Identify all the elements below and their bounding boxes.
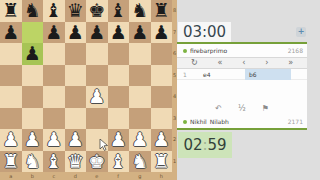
square-e4[interactable]: ♟ (86, 86, 108, 108)
white-pawn: ♟ (88, 86, 105, 108)
player-clock-seconds: 59 (208, 136, 227, 154)
black-pawn: ♟ (153, 22, 170, 44)
white-bishop: ♝ (110, 151, 127, 173)
next-move-icon[interactable]: › (265, 58, 268, 68)
player-clock-active: 02:59 (178, 132, 232, 158)
white-king: ♚ (88, 151, 105, 173)
square-e3[interactable] (86, 108, 108, 130)
black-pawn: ♟ (67, 22, 84, 44)
square-a3[interactable] (0, 108, 22, 130)
square-f5[interactable] (108, 65, 130, 87)
black-knight: ♞ (24, 0, 41, 22)
square-e8[interactable]: ♚ (86, 0, 108, 22)
square-g4[interactable] (129, 86, 151, 108)
square-h7[interactable]: ♟ (151, 22, 173, 44)
square-d8[interactable]: ♛ (65, 0, 87, 22)
file-label: g (129, 172, 151, 180)
square-c5[interactable] (43, 65, 65, 87)
first-move-icon[interactable]: « (217, 58, 222, 68)
square-c7[interactable]: ♟ (43, 22, 65, 44)
mouse-cursor-icon (99, 139, 109, 151)
black-queen: ♛ (67, 0, 84, 22)
black-rook: ♜ (2, 0, 19, 22)
opponent-name: firebarprimo (190, 47, 288, 54)
game-side-panel: 03:00 + firebarprimo 2168 ↻ « ‹ › » 1 e4… (177, 0, 320, 180)
game-actions: ↶ ½ ⚑ (177, 103, 307, 115)
file-label: a (0, 172, 22, 180)
move-list-row: 1 e4 b6 (177, 69, 307, 80)
black-pawn: ♟ (88, 22, 105, 44)
square-g8[interactable]: ♞ (129, 0, 151, 22)
white-pawn: ♟ (45, 129, 62, 151)
replay-toolbar: ↻ « ‹ › » (177, 57, 307, 69)
square-e5[interactable] (86, 65, 108, 87)
white-pawn: ♟ (24, 129, 41, 151)
black-pawn: ♟ (131, 22, 148, 44)
square-h8[interactable]: ♜ (151, 0, 173, 22)
square-b5[interactable] (22, 65, 44, 87)
square-b4[interactable] (22, 86, 44, 108)
square-b3[interactable] (22, 108, 44, 130)
white-pawn: ♟ (67, 129, 84, 151)
square-b8[interactable]: ♞ (22, 0, 44, 22)
chess-board-area: ♜♞♝♛♚♝♞♜♟♟♟♟♟♟♟♟♟♟♟♟♟♟♟♟♜♞♝♛♚♝♞♜ 8765432… (0, 0, 177, 180)
white-pawn: ♟ (110, 129, 127, 151)
square-f2[interactable]: ♟ (108, 129, 130, 151)
player-row: Nikhil_Nilabh 2171 (177, 115, 307, 128)
square-b6[interactable]: ♟ (22, 43, 44, 65)
opponent-row: firebarprimo 2168 (177, 44, 307, 57)
black-king: ♚ (88, 0, 105, 22)
square-d5[interactable] (65, 65, 87, 87)
flip-board-icon[interactable]: ↻ (191, 58, 198, 68)
square-h2[interactable]: ♟ (151, 129, 173, 151)
square-g3[interactable] (129, 108, 151, 130)
file-coordinates: abcdefgh (0, 172, 177, 180)
square-a4[interactable] (0, 86, 22, 108)
square-b2[interactable]: ♟ (22, 129, 44, 151)
square-b7[interactable] (22, 22, 44, 44)
square-c4[interactable] (43, 86, 65, 108)
square-d6[interactable] (65, 43, 87, 65)
square-h5[interactable] (151, 65, 173, 87)
white-rook: ♜ (153, 151, 170, 173)
online-dot-icon (183, 120, 187, 124)
player-clock-colon: : (202, 136, 207, 154)
square-a5[interactable] (0, 65, 22, 87)
square-a1[interactable]: ♜ (0, 151, 22, 173)
white-pawn: ♟ (131, 129, 148, 151)
move-card: firebarprimo 2168 ↻ « ‹ › » 1 e4 b6 ↶ ½ … (177, 44, 307, 128)
white-bishop: ♝ (45, 151, 62, 173)
square-h3[interactable] (151, 108, 173, 130)
black-move-current[interactable]: b6 (245, 69, 291, 80)
black-rook: ♜ (153, 0, 170, 22)
square-e1[interactable]: ♚ (86, 151, 108, 173)
file-label: c (43, 172, 65, 180)
square-g7[interactable]: ♟ (129, 22, 151, 44)
opponent-clock: 03:00 (178, 22, 231, 42)
white-knight: ♞ (24, 151, 41, 173)
square-d3[interactable] (65, 108, 87, 130)
file-label: e (86, 172, 108, 180)
square-c8[interactable]: ♝ (43, 0, 65, 22)
square-h4[interactable] (151, 86, 173, 108)
square-f6[interactable] (108, 43, 130, 65)
file-label: d (65, 172, 87, 180)
takeback-icon[interactable]: ↶ (215, 103, 222, 115)
square-e7[interactable]: ♟ (86, 22, 108, 44)
square-c3[interactable] (43, 108, 65, 130)
square-d2[interactable]: ♟ (65, 129, 87, 151)
card-spacer (177, 80, 307, 103)
square-d7[interactable]: ♟ (65, 22, 87, 44)
online-dot-icon (183, 49, 187, 53)
player-clock-minutes: 02 (183, 136, 202, 154)
square-f8[interactable]: ♝ (108, 0, 130, 22)
file-label: b (22, 172, 44, 180)
file-label: f (108, 172, 130, 180)
square-f1[interactable]: ♝ (108, 151, 130, 173)
give-more-time-icon[interactable]: + (296, 27, 306, 37)
square-g2[interactable]: ♟ (129, 129, 151, 151)
black-knight: ♞ (131, 0, 148, 22)
last-move-icon[interactable]: » (288, 58, 293, 68)
square-h1[interactable]: ♜ (151, 151, 173, 173)
square-c2[interactable]: ♟ (43, 129, 65, 151)
player-divider (177, 128, 307, 130)
square-h6[interactable] (151, 43, 173, 65)
black-pawn: ♟ (24, 43, 41, 65)
square-d1[interactable]: ♛ (65, 151, 87, 173)
player-name: Nikhil_Nilabh (190, 118, 288, 125)
square-f3[interactable] (108, 108, 130, 130)
square-g5[interactable] (129, 65, 151, 87)
black-pawn: ♟ (45, 22, 62, 44)
chess-board[interactable]: ♜♞♝♛♚♝♞♜♟♟♟♟♟♟♟♟♟♟♟♟♟♟♟♟♜♞♝♛♚♝♞♜ (0, 0, 172, 172)
square-g1[interactable]: ♞ (129, 151, 151, 173)
white-pawn: ♟ (153, 129, 170, 151)
square-a8[interactable]: ♜ (0, 0, 22, 22)
white-pawn: ♟ (2, 129, 19, 151)
square-e6[interactable] (86, 43, 108, 65)
square-f4[interactable] (108, 86, 130, 108)
square-b1[interactable]: ♞ (22, 151, 44, 173)
black-pawn: ♟ (2, 22, 19, 44)
resign-flag-icon[interactable]: ⚑ (262, 103, 269, 115)
player-rating: 2171 (288, 118, 303, 125)
move-number: 1 (177, 71, 199, 78)
previous-move-icon[interactable]: ‹ (242, 58, 245, 68)
square-c1[interactable]: ♝ (43, 151, 65, 173)
white-move[interactable]: e4 (199, 69, 245, 80)
white-rook: ♜ (2, 151, 19, 173)
square-d4[interactable] (65, 86, 87, 108)
black-bishop: ♝ (45, 0, 62, 22)
black-bishop: ♝ (110, 0, 127, 22)
offer-draw-icon[interactable]: ½ (238, 103, 246, 115)
square-a7[interactable]: ♟ (0, 22, 22, 44)
square-g6[interactable] (129, 43, 151, 65)
square-a6[interactable] (0, 43, 22, 65)
square-a2[interactable]: ♟ (0, 129, 22, 151)
white-knight: ♞ (131, 151, 148, 173)
black-pawn: ♟ (110, 22, 127, 44)
white-queen: ♛ (67, 151, 84, 173)
square-c6[interactable] (43, 43, 65, 65)
opponent-rating: 2168 (288, 47, 303, 54)
square-f7[interactable]: ♟ (108, 22, 130, 44)
file-label: h (151, 172, 173, 180)
